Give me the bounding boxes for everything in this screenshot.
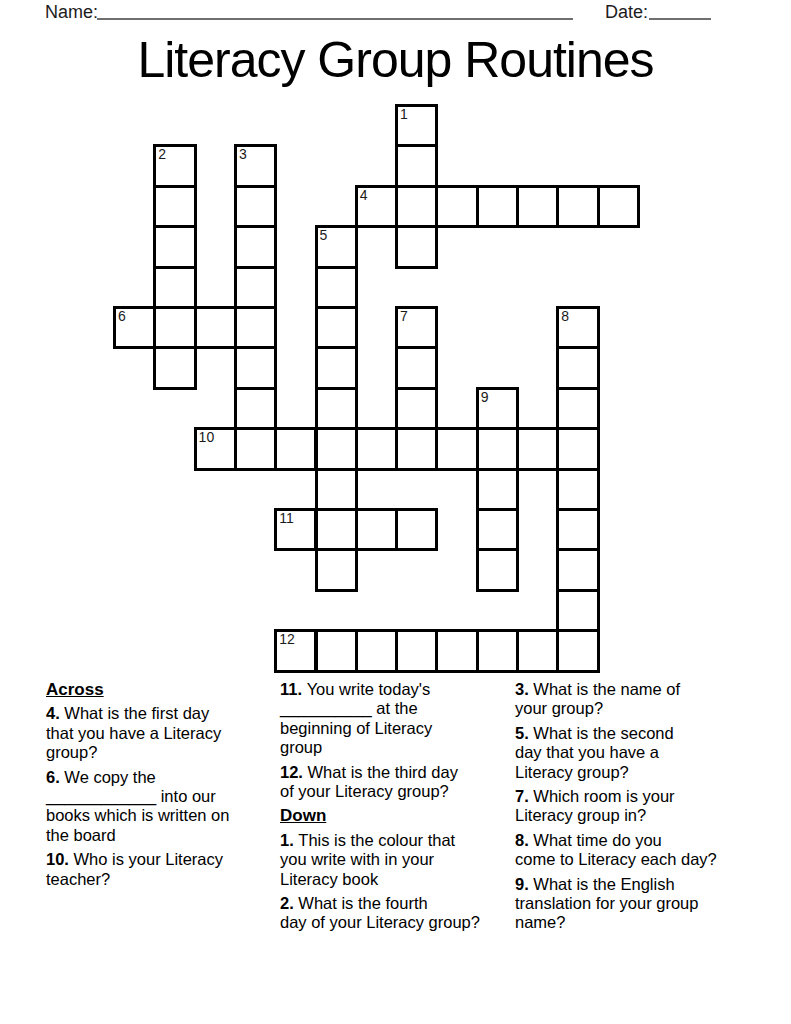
grid-cell-r5c7[interactable]: 7 xyxy=(395,306,438,349)
grid-cell-r5c1[interactable] xyxy=(153,306,196,349)
clue-3: 3. What is the name of your group? xyxy=(515,680,755,719)
clue-number-10: 10 xyxy=(199,429,215,445)
grid-cell-r2c12[interactable] xyxy=(597,185,640,228)
clue-label: 9. xyxy=(515,875,533,893)
clue-text: We copy the ____________ into our books … xyxy=(46,768,229,844)
grid-cell-r8c6[interactable] xyxy=(355,427,398,470)
grid-cell-r8c5[interactable] xyxy=(315,427,358,470)
grid-cell-r1c1[interactable]: 2 xyxy=(153,144,196,187)
clue-text: What is the second day that you have a L… xyxy=(515,724,674,781)
clue-label: 12. xyxy=(280,763,308,781)
grid-cell-r2c7[interactable] xyxy=(395,185,438,228)
grid-cell-r2c8[interactable] xyxy=(435,185,478,228)
grid-cell-r1c3[interactable]: 3 xyxy=(234,144,277,187)
grid-cell-r8c11[interactable] xyxy=(556,427,599,470)
grid-cell-r7c5[interactable] xyxy=(315,387,358,430)
grid-cell-r8c7[interactable] xyxy=(395,427,438,470)
grid-cell-r2c1[interactable] xyxy=(153,185,196,228)
clue-text: What is the first day that you have a Li… xyxy=(46,704,221,761)
clue-text: This is the colour that you write with i… xyxy=(280,831,455,888)
grid-cell-r5c2[interactable] xyxy=(194,306,237,349)
grid-cell-r13c9[interactable] xyxy=(476,629,519,672)
grid-cell-r5c0[interactable]: 6 xyxy=(113,306,156,349)
clue-number-7: 7 xyxy=(400,308,408,324)
clue-number-12: 12 xyxy=(279,631,295,647)
grid-cell-r10c7[interactable] xyxy=(395,508,438,551)
clue-column-1: Across4. What is the first day that you … xyxy=(46,680,268,894)
page: { "game": "crossword", "title": "Literac… xyxy=(0,0,791,1024)
grid-cell-r2c6[interactable]: 4 xyxy=(355,185,398,228)
grid-cell-r2c3[interactable] xyxy=(234,185,277,228)
clue-8: 8. What time do you come to Literacy eac… xyxy=(515,831,755,870)
clue-number-8: 8 xyxy=(561,308,569,324)
clue-5: 5. What is the second day that you have … xyxy=(515,724,755,782)
clue-number-4: 4 xyxy=(360,187,368,203)
grid-cell-r8c2[interactable]: 10 xyxy=(194,427,237,470)
grid-cell-r9c11[interactable] xyxy=(556,468,599,511)
clue-number-3: 3 xyxy=(239,146,247,162)
clue-label: 2. xyxy=(280,894,298,912)
grid-cell-r7c11[interactable] xyxy=(556,387,599,430)
grid-cell-r2c10[interactable] xyxy=(516,185,559,228)
grid-cell-r11c9[interactable] xyxy=(476,548,519,591)
clue-text: Who is your Literacy teacher? xyxy=(46,850,223,887)
grid-cell-r10c9[interactable] xyxy=(476,508,519,551)
grid-cell-r4c5[interactable] xyxy=(315,266,358,309)
grid-cell-r10c6[interactable] xyxy=(355,508,398,551)
grid-cell-r4c1[interactable] xyxy=(153,266,196,309)
page-title: Literacy Group Routines xyxy=(0,30,791,90)
grid-cell-r13c11[interactable] xyxy=(556,629,599,672)
grid-cell-r9c9[interactable] xyxy=(476,468,519,511)
clue-label: 1. xyxy=(280,831,298,849)
grid-cell-r3c5[interactable]: 5 xyxy=(315,225,358,268)
clue-number-1: 1 xyxy=(400,106,408,122)
grid-cell-r10c11[interactable] xyxy=(556,508,599,551)
clue-number-5: 5 xyxy=(320,227,328,243)
clue-text: What is the name of your group? xyxy=(515,680,680,717)
grid-cell-r8c10[interactable] xyxy=(516,427,559,470)
grid-cell-r7c3[interactable] xyxy=(234,387,277,430)
clue-number-11: 11 xyxy=(279,510,294,526)
grid-cell-r5c3[interactable] xyxy=(234,306,277,349)
clue-label: 3. xyxy=(515,680,533,698)
clue-label: 6. xyxy=(46,768,64,786)
grid-cell-r6c11[interactable] xyxy=(556,346,599,389)
grid-cell-r8c9[interactable] xyxy=(476,427,519,470)
grid-cell-r10c5[interactable] xyxy=(315,508,358,551)
grid-cell-r4c3[interactable] xyxy=(234,266,277,309)
grid-cell-r8c3[interactable] xyxy=(234,427,277,470)
grid-cell-r2c11[interactable] xyxy=(556,185,599,228)
date-label: Date: xyxy=(605,2,648,23)
grid-cell-r0c7[interactable]: 1 xyxy=(395,104,438,147)
grid-cell-r5c5[interactable] xyxy=(315,306,358,349)
grid-cell-r7c7[interactable] xyxy=(395,387,438,430)
clue-number-9: 9 xyxy=(481,389,489,405)
clue-11: 11. You write today's __________ at the … xyxy=(280,680,514,758)
clue-label: 7. xyxy=(515,787,533,805)
grid-cell-r13c8[interactable] xyxy=(435,629,478,672)
grid-cell-r13c4[interactable]: 12 xyxy=(274,629,317,672)
date-blank-line[interactable] xyxy=(649,18,711,20)
crossword-grid: 123456789101112 xyxy=(113,104,643,677)
clue-label: 8. xyxy=(515,831,533,849)
clue-text: What is the fourth day of your Literacy … xyxy=(280,894,480,931)
grid-cell-r12c11[interactable] xyxy=(556,589,599,632)
clue-7: 7. Which room is your Literacy group in? xyxy=(515,787,755,826)
clue-column-2: 11. You write today's __________ at the … xyxy=(280,680,514,938)
clue-column-3: 3. What is the name of your group?5. Wha… xyxy=(515,680,755,938)
clue-number-6: 6 xyxy=(118,308,126,324)
grid-cell-r11c5[interactable] xyxy=(315,548,358,591)
grid-cell-r11c11[interactable] xyxy=(556,548,599,591)
clue-10: 10. Who is your Literacy teacher? xyxy=(46,850,268,889)
clue-label: 5. xyxy=(515,724,533,742)
clue-number-2: 2 xyxy=(158,146,166,162)
grid-cell-r7c9[interactable]: 9 xyxy=(476,387,519,430)
grid-cell-r13c6[interactable] xyxy=(355,629,398,672)
grid-cell-r3c3[interactable] xyxy=(234,225,277,268)
clue-text: What is the English translation for your… xyxy=(515,875,698,932)
grid-cell-r10c4[interactable]: 11 xyxy=(274,508,317,551)
grid-cell-r13c10[interactable] xyxy=(516,629,559,672)
grid-cell-r1c7[interactable] xyxy=(395,144,438,187)
grid-cell-r8c4[interactable] xyxy=(274,427,317,470)
grid-cell-r13c7[interactable] xyxy=(395,629,438,672)
grid-cell-r5c11[interactable]: 8 xyxy=(556,306,599,349)
clue-label: 10. xyxy=(46,850,74,868)
clue-text: What time do you come to Literacy each d… xyxy=(515,831,717,868)
grid-cell-r8c8[interactable] xyxy=(435,427,478,470)
clue-label: 4. xyxy=(46,704,64,722)
clue-4: 4. What is the first day that you have a… xyxy=(46,704,268,762)
grid-cell-r6c1[interactable] xyxy=(153,346,196,389)
grid-cell-r9c5[interactable] xyxy=(315,468,358,511)
name-label: Name: xyxy=(45,2,98,23)
clue-1: 1. This is the colour that you write wit… xyxy=(280,831,514,889)
clue-label: 11. xyxy=(280,680,307,698)
grid-cell-r6c3[interactable] xyxy=(234,346,277,389)
name-blank-line[interactable] xyxy=(97,18,573,20)
clue-2: 2. What is the fourth day of your Litera… xyxy=(280,894,514,933)
grid-cell-r2c9[interactable] xyxy=(476,185,519,228)
clue-6: 6. We copy the ____________ into our boo… xyxy=(46,768,268,846)
across-section-header: Across xyxy=(46,680,268,699)
grid-cell-r6c5[interactable] xyxy=(315,346,358,389)
clue-12: 12. What is the third day of your Litera… xyxy=(280,763,514,802)
grid-cell-r6c7[interactable] xyxy=(395,346,438,389)
grid-cell-r3c1[interactable] xyxy=(153,225,196,268)
clue-text: What is the third day of your Literacy g… xyxy=(280,763,458,800)
clue-9: 9. What is the English translation for y… xyxy=(515,875,755,933)
grid-cell-r3c7[interactable] xyxy=(395,225,438,268)
down-section-header: Down xyxy=(280,806,514,825)
grid-cell-r13c5[interactable] xyxy=(315,629,358,672)
clue-text: Which room is your Literacy group in? xyxy=(515,787,675,824)
